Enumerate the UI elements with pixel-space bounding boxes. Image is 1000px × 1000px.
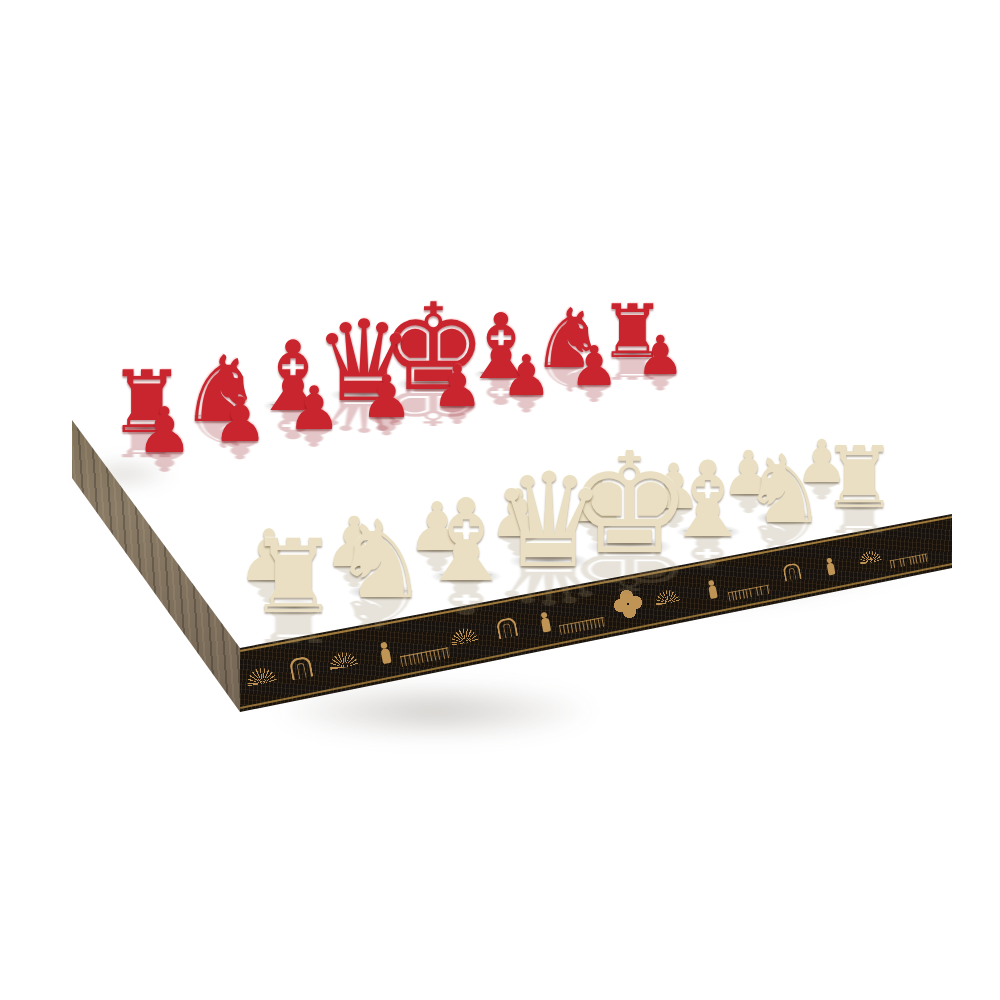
- piece-ivory-bishop-f1[interactable]: ♝♝: [650, 448, 765, 553]
- rook-glyph: ♜: [813, 436, 906, 521]
- square-b8[interactable]: [175, 401, 267, 433]
- palm-motif-icon: [245, 665, 277, 686]
- piece-reflection: ♝: [451, 365, 551, 410]
- pawn-glyph: ♟: [639, 456, 707, 518]
- piece-red-king-e8[interactable]: ♚♚: [367, 288, 499, 408]
- square-h4[interactable]: [701, 417, 803, 451]
- pawn-glyph: ♟: [482, 481, 554, 546]
- piece-contact-shadow: [221, 433, 259, 442]
- piece-red-rook-h8[interactable]: ♜♜: [592, 295, 673, 369]
- square-c3[interactable]: [357, 501, 464, 541]
- pawn-glyph: ♟: [281, 378, 347, 438]
- bishop-glyph: ♝: [451, 302, 551, 393]
- quatrefoil-motif-icon: [611, 587, 645, 621]
- piece-reflection: ♟: [400, 541, 474, 575]
- piece-contact-shadow: [145, 445, 184, 454]
- square-b3[interactable]: [276, 515, 383, 556]
- piece-red-rook-a8[interactable]: ♜♜: [99, 359, 194, 445]
- square-c6[interactable]: [288, 431, 385, 465]
- square-f1[interactable]: [652, 512, 765, 553]
- bishop-glyph: ♝: [650, 448, 765, 553]
- fence-motif-icon: [890, 554, 929, 569]
- piece-reflection: ♞: [522, 356, 612, 397]
- piece-ivory-pawn-g2[interactable]: ♟♟: [715, 444, 782, 505]
- piece-contact-shadow: [833, 498, 886, 511]
- piece-reflection: ♜: [592, 347, 673, 384]
- hinge-seam: [146, 413, 793, 522]
- box-side-chinoiserie-frieze: [0, 0, 1000, 1000]
- square-a4[interactable]: [172, 503, 276, 543]
- square-c8[interactable]: [247, 390, 339, 421]
- pawn-glyph: ♟: [562, 468, 632, 532]
- square-a2[interactable]: [214, 556, 324, 601]
- square-a1[interactable]: [237, 585, 351, 632]
- piece-contact-shadow: [368, 411, 404, 420]
- square-h2[interactable]: [768, 461, 877, 498]
- square-e3[interactable]: [513, 475, 619, 513]
- square-d2[interactable]: [464, 513, 574, 554]
- square-f6[interactable]: [505, 398, 602, 430]
- piece-contact-shadow: [416, 543, 458, 553]
- piece-contact-shadow: [396, 375, 470, 393]
- rook-glyph: ♜: [592, 295, 673, 369]
- board-shadow: [210, 672, 660, 750]
- square-f2[interactable]: [619, 486, 728, 525]
- piece-contact-shadow: [439, 400, 475, 409]
- square-d1[interactable]: [493, 540, 606, 584]
- piece-ivory-rook-h1[interactable]: ♜♜: [813, 436, 906, 521]
- piece-red-queen-d8[interactable]: ♛♛: [302, 305, 425, 417]
- piece-reflection: ♛: [302, 384, 425, 440]
- piece-contact-shadow: [586, 536, 672, 557]
- pawn-glyph: ♟: [496, 348, 558, 404]
- arch-motif-icon: [288, 656, 313, 681]
- piece-reflection: ♝: [650, 521, 765, 573]
- piece-reflection: ♟: [230, 571, 308, 606]
- piece-contact-shadow: [508, 551, 589, 571]
- piece-contact-shadow: [676, 524, 741, 540]
- square-b6[interactable]: [212, 443, 310, 478]
- square-g8[interactable]: [522, 350, 614, 378]
- piece-red-pawn-b7[interactable]: ♟♟: [206, 389, 274, 450]
- square-e4[interactable]: [485, 452, 588, 488]
- lacquer-sheen: [101, 340, 916, 632]
- square-e7[interactable]: [410, 389, 504, 420]
- piece-red-pawn-e7[interactable]: ♟♟: [426, 358, 489, 415]
- square-c2[interactable]: [383, 527, 493, 569]
- piece-contact-shadow: [803, 475, 840, 484]
- square-e1[interactable]: [573, 526, 686, 568]
- piece-contact-shadow: [333, 557, 376, 567]
- square-b5[interactable]: [232, 466, 332, 503]
- pawn-glyph: ♟: [130, 399, 199, 462]
- piece-contact-shadow: [755, 511, 814, 525]
- piece-reflection: ♟: [496, 388, 558, 416]
- piece-ivory-knight-b1[interactable]: ♞♞: [322, 506, 441, 614]
- person-motif-icon: [380, 648, 391, 664]
- king-glyph: ♚: [553, 435, 706, 574]
- person-motif-icon: [826, 563, 835, 576]
- piece-red-pawn-g7[interactable]: ♟♟: [564, 339, 624, 394]
- square-f8[interactable]: [456, 360, 548, 389]
- piece-reflection: ♟: [715, 486, 782, 516]
- piece-reflection: ♞: [733, 508, 837, 555]
- square-h3[interactable]: [734, 438, 839, 473]
- piece-reflection: ♟: [206, 432, 274, 463]
- square-c1[interactable]: [410, 554, 524, 599]
- pawn-glyph: ♟: [316, 507, 392, 576]
- piece-contact-shadow: [654, 501, 693, 510]
- piece-reflection: ♛: [477, 548, 621, 613]
- square-d5[interactable]: [385, 442, 485, 477]
- fence-motif-icon: [728, 585, 770, 602]
- square-g2[interactable]: [694, 474, 803, 512]
- piece-contact-shadow: [509, 389, 544, 397]
- piece-reflection: ♝: [240, 396, 346, 444]
- box-side-left-face: [0, 0, 1000, 1000]
- knight-glyph: ♞: [170, 343, 271, 435]
- fence-motif-icon: [400, 648, 450, 668]
- square-d4[interactable]: [410, 464, 513, 501]
- square-d3[interactable]: [436, 488, 542, 527]
- piece-red-pawn-f7[interactable]: ♟♟: [496, 348, 558, 404]
- square-e5[interactable]: [459, 430, 559, 464]
- person-motif-icon: [541, 617, 551, 632]
- piece-ivory-pawn-a2[interactable]: ♟♟: [230, 521, 308, 592]
- piece-reflection: ♟: [789, 473, 854, 503]
- square-f3[interactable]: [588, 463, 694, 500]
- pawn-glyph: ♟: [789, 432, 854, 491]
- piece-reflection: ♟: [631, 367, 690, 394]
- piece-ivory-bishop-c1[interactable]: ♝♝: [404, 486, 529, 599]
- piece-reflection: ♚: [367, 372, 499, 432]
- square-g7[interactable]: [547, 368, 641, 398]
- piece-ivory-pawn-e2[interactable]: ♟♟: [562, 468, 632, 532]
- square-e6[interactable]: [434, 409, 531, 442]
- piece-red-pawn-h7[interactable]: ♟♟: [631, 330, 690, 384]
- piece-reflection: ♚: [553, 532, 706, 602]
- board-frame: [72, 332, 952, 648]
- piece-contact-shadow: [262, 600, 325, 615]
- piece-reflection: ♟: [316, 556, 392, 591]
- piece-red-knight-b8[interactable]: ♞♞: [170, 343, 271, 435]
- pawn-glyph: ♟: [564, 339, 624, 394]
- pieces-layer: ♜♜♞♞♝♝♛♛♚♚♝♝♞♞♜♜♟♟♟♟♟♟♟♟♟♟♟♟♟♟♟♟♟♟♟♟♟♟♟♟…: [0, 0, 1000, 1000]
- square-f5[interactable]: [531, 418, 631, 451]
- frieze-border-line: [240, 563, 953, 709]
- palm-motif-icon: [450, 627, 479, 646]
- piece-ivory-rook-a1[interactable]: ♜♜: [237, 526, 349, 628]
- square-a7[interactable]: [117, 433, 212, 467]
- square-a6[interactable]: [135, 455, 233, 491]
- square-c7[interactable]: [267, 410, 362, 443]
- square-b1[interactable]: [324, 569, 438, 615]
- piece-reflection: ♟: [354, 409, 419, 438]
- square-g6[interactable]: [574, 387, 671, 418]
- pawn-glyph: ♟: [230, 521, 308, 592]
- chess-board: [72, 332, 952, 648]
- piece-contact-shadow: [542, 358, 593, 370]
- square-h7[interactable]: [614, 358, 708, 387]
- square-a8[interactable]: [101, 412, 193, 445]
- square-a3[interactable]: [193, 529, 300, 571]
- piece-reflection: ♟: [562, 513, 632, 545]
- square-h6[interactable]: [642, 377, 739, 407]
- piece-contact-shadow: [498, 528, 539, 538]
- square-d7[interactable]: [340, 399, 435, 431]
- pawn-glyph: ♟: [631, 330, 690, 384]
- piece-red-pawn-a7[interactable]: ♟♟: [130, 399, 199, 462]
- arch-motif-icon: [496, 617, 519, 640]
- square-g1[interactable]: [729, 498, 842, 538]
- knight-glyph: ♞: [522, 298, 612, 380]
- square-h5[interactable]: [671, 396, 770, 428]
- piece-red-pawn-c7[interactable]: ♟♟: [281, 378, 347, 438]
- square-g4[interactable]: [631, 428, 734, 462]
- piece-ivory-pawn-h2[interactable]: ♟♟: [789, 432, 854, 491]
- bishop-glyph: ♝: [404, 486, 529, 599]
- piece-contact-shadow: [329, 386, 399, 403]
- pawn-glyph: ♟: [715, 444, 782, 505]
- piece-ivory-knight-g1[interactable]: ♞♞: [733, 442, 837, 537]
- piece-red-bishop-c8[interactable]: ♝♝: [240, 328, 346, 425]
- fence-motif-icon: [559, 617, 605, 635]
- piece-reflection: ♟: [426, 398, 489, 427]
- piece-reflection: ♜: [237, 598, 349, 649]
- square-d6[interactable]: [362, 420, 459, 453]
- palm-motif-icon: [328, 650, 359, 670]
- square-b2[interactable]: [299, 541, 409, 584]
- piece-reflection: ♟: [564, 377, 624, 404]
- knight-glyph: ♞: [733, 442, 837, 537]
- photo-stage: ♜♜♞♞♝♝♛♛♚♚♝♝♞♞♜♜♟♟♟♟♟♟♟♟♟♟♟♟♟♟♟♟♟♟♟♟♟♟♟♟…: [0, 0, 1000, 1000]
- piece-reflection: ♜: [813, 496, 906, 538]
- piece-reflection: ♝: [404, 565, 529, 622]
- square-c4[interactable]: [333, 477, 436, 515]
- piece-reflection: ♟: [639, 499, 707, 530]
- pawn-glyph: ♟: [426, 358, 489, 415]
- bishop-glyph: ♝: [240, 328, 346, 425]
- piece-contact-shadow: [296, 422, 333, 431]
- piece-red-bishop-f8[interactable]: ♝♝: [451, 302, 551, 393]
- board-shadow-left: [48, 452, 198, 496]
- rook-glyph: ♜: [237, 526, 349, 628]
- board-grid: [101, 340, 916, 632]
- arch-motif-icon: [782, 562, 802, 582]
- square-h1[interactable]: [803, 485, 915, 524]
- piece-reflection: ♟: [130, 443, 199, 474]
- piece-reflection: ♜: [99, 419, 194, 462]
- palm-motif-icon: [858, 549, 882, 565]
- piece-contact-shadow: [247, 572, 291, 583]
- pawn-glyph: ♟: [400, 494, 474, 561]
- piece-reflection: ♞: [322, 581, 441, 635]
- piece-red-knight-g8[interactable]: ♞♞: [522, 298, 612, 380]
- piece-ivory-queen-d1[interactable]: ♛♛: [477, 456, 621, 587]
- square-a5[interactable]: [153, 478, 254, 516]
- square-g5[interactable]: [602, 407, 702, 440]
- piece-red-pawn-d7[interactable]: ♟♟: [354, 368, 419, 427]
- piece-contact-shadow: [577, 379, 611, 387]
- king-glyph: ♚: [367, 288, 499, 408]
- square-e8[interactable]: [388, 370, 480, 400]
- piece-reflection: ♞: [170, 408, 271, 454]
- board-shadow-right: [599, 518, 1000, 645]
- person-motif-icon: [709, 585, 719, 599]
- piece-contact-shadow: [473, 367, 529, 381]
- square-c5[interactable]: [310, 453, 410, 489]
- piece-ivory-pawn-c2[interactable]: ♟♟: [400, 494, 474, 561]
- square-b4[interactable]: [253, 490, 356, 529]
- square-d8[interactable]: [318, 380, 410, 410]
- pawn-glyph: ♟: [354, 368, 419, 427]
- frieze-border-line: [240, 516, 953, 652]
- piece-ivory-pawn-b2[interactable]: ♟♟: [316, 507, 392, 576]
- piece-contact-shadow: [263, 398, 323, 413]
- square-h8[interactable]: [587, 340, 678, 368]
- queen-glyph: ♛: [302, 305, 425, 417]
- piece-ivory-pawn-f2[interactable]: ♟♟: [639, 456, 707, 518]
- piece-contact-shadow: [120, 421, 173, 434]
- square-f7[interactable]: [480, 378, 574, 408]
- piece-reflection: ♟: [281, 420, 347, 450]
- piece-contact-shadow: [644, 368, 677, 376]
- piece-ivory-pawn-d2[interactable]: ♟♟: [482, 481, 554, 546]
- knight-glyph: ♞: [322, 506, 441, 614]
- piece-contact-shadow: [431, 568, 501, 585]
- piece-contact-shadow: [348, 584, 415, 600]
- queen-glyph: ♛: [477, 456, 621, 587]
- piece-contact-shadow: [192, 410, 249, 424]
- pawn-glyph: ♟: [206, 389, 274, 450]
- palm-motif-icon: [654, 588, 680, 606]
- piece-contact-shadow: [730, 488, 768, 497]
- rook-glyph: ♜: [99, 359, 194, 445]
- square-b7[interactable]: [193, 422, 288, 455]
- square-f4[interactable]: [559, 440, 662, 475]
- piece-reflection: ♟: [482, 527, 554, 560]
- square-e2[interactable]: [542, 500, 652, 540]
- piece-contact-shadow: [577, 515, 617, 525]
- piece-ivory-king-e1[interactable]: ♚♚: [553, 435, 706, 574]
- square-g3[interactable]: [662, 450, 768, 486]
- piece-contact-shadow: [610, 349, 656, 360]
